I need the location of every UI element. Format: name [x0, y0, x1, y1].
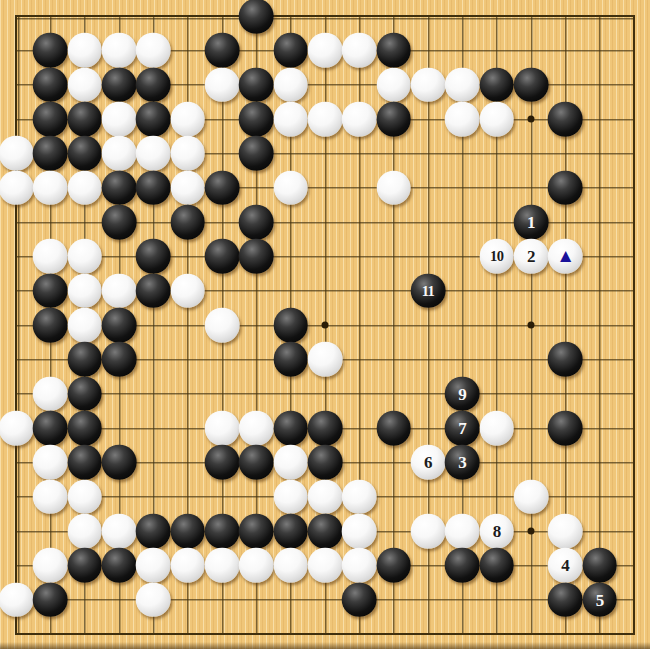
white-stone	[0, 411, 33, 446]
black-stone	[548, 342, 583, 377]
black-stone	[102, 308, 137, 343]
white-stone	[67, 308, 102, 343]
black-stone	[273, 308, 308, 343]
white-stone	[170, 170, 205, 205]
black-stone	[205, 33, 240, 68]
white-stone	[445, 67, 480, 102]
black-stone	[170, 514, 205, 549]
white-stone	[170, 548, 205, 583]
white-stone	[205, 548, 240, 583]
triangle-marker-icon: ▲	[556, 246, 574, 265]
black-stone	[67, 376, 102, 411]
move-number-label: 1	[527, 213, 535, 230]
white-stone	[136, 582, 171, 617]
white-stone	[67, 33, 102, 68]
white-stone	[205, 308, 240, 343]
white-stone	[273, 479, 308, 514]
white-stone	[67, 479, 102, 514]
black-stone	[33, 308, 68, 343]
black-stone	[548, 411, 583, 446]
white-stone	[308, 33, 343, 68]
black-stone	[33, 136, 68, 171]
white-stone	[239, 548, 274, 583]
black-stone	[514, 67, 549, 102]
black-stone	[102, 445, 137, 480]
black-stone	[239, 67, 274, 102]
white-stone	[308, 479, 343, 514]
black-stone	[445, 548, 480, 583]
board-bottom-shade	[0, 642, 650, 649]
white-stone	[273, 67, 308, 102]
move-number-label: 7	[458, 419, 466, 436]
black-stone	[239, 239, 274, 274]
white-stone	[136, 548, 171, 583]
black-stone	[136, 514, 171, 549]
black-stone	[205, 445, 240, 480]
white-stone	[342, 514, 377, 549]
black-stone	[548, 170, 583, 205]
white-stone	[0, 170, 33, 205]
white-stone	[33, 170, 68, 205]
move-number-label: 11	[422, 283, 435, 298]
move-number-label: 3	[458, 454, 466, 471]
white-stone	[102, 514, 137, 549]
move-number-label: 8	[493, 522, 501, 539]
black-stone	[102, 342, 137, 377]
black-stone	[239, 0, 274, 33]
black-stone	[67, 548, 102, 583]
white-stone	[342, 548, 377, 583]
white-stone	[0, 582, 33, 617]
white-stone	[102, 136, 137, 171]
black-stone	[136, 239, 171, 274]
black-stone	[33, 33, 68, 68]
black-stone	[273, 514, 308, 549]
black-stone	[479, 548, 514, 583]
black-stone	[548, 102, 583, 137]
black-stone	[239, 445, 274, 480]
move-number-label: 4	[561, 557, 569, 574]
black-stone	[376, 102, 411, 137]
black-stone	[33, 411, 68, 446]
black-stone	[33, 273, 68, 308]
white-stone	[308, 342, 343, 377]
black-stone	[67, 411, 102, 446]
black-stone	[102, 67, 137, 102]
move-number-label: 10	[490, 249, 504, 264]
white-stone	[239, 411, 274, 446]
white-stone	[67, 67, 102, 102]
black-stone	[273, 411, 308, 446]
black-stone	[67, 445, 102, 480]
black-stone	[239, 102, 274, 137]
black-stone	[548, 582, 583, 617]
black-stone	[582, 548, 617, 583]
white-stone	[136, 136, 171, 171]
black-stone	[376, 548, 411, 583]
white-stone	[342, 33, 377, 68]
white-stone	[273, 445, 308, 480]
move-number-label: 6	[424, 454, 432, 471]
black-stone	[136, 102, 171, 137]
black-stone	[102, 205, 137, 240]
move-number-label: 5	[596, 591, 604, 608]
white-stone	[33, 239, 68, 274]
black-stone	[33, 67, 68, 102]
black-stone	[239, 136, 274, 171]
white-stone	[0, 136, 33, 171]
white-stone	[479, 411, 514, 446]
white-stone	[342, 102, 377, 137]
white-stone	[170, 273, 205, 308]
white-stone	[376, 170, 411, 205]
black-stone	[170, 205, 205, 240]
black-stone	[342, 582, 377, 617]
white-stone	[548, 514, 583, 549]
star-point	[527, 321, 534, 328]
black-stone	[239, 205, 274, 240]
black-stone	[308, 411, 343, 446]
white-stone	[67, 170, 102, 205]
move-number-label: 9	[458, 385, 466, 402]
black-stone	[102, 170, 137, 205]
black-stone	[273, 342, 308, 377]
go-board[interactable]: 1234567891011▲	[0, 0, 650, 649]
black-stone	[376, 33, 411, 68]
white-stone	[205, 411, 240, 446]
black-stone	[67, 136, 102, 171]
black-stone	[33, 582, 68, 617]
white-stone	[445, 514, 480, 549]
black-stone	[308, 445, 343, 480]
white-stone	[342, 479, 377, 514]
white-stone	[102, 102, 137, 137]
white-stone	[411, 67, 446, 102]
white-stone	[376, 67, 411, 102]
white-stone	[33, 548, 68, 583]
white-stone	[479, 102, 514, 137]
white-stone	[33, 376, 68, 411]
white-stone	[308, 548, 343, 583]
white-stone	[308, 102, 343, 137]
star-point	[527, 115, 534, 122]
black-stone	[102, 548, 137, 583]
white-stone	[273, 102, 308, 137]
black-stone	[33, 102, 68, 137]
white-stone	[136, 33, 171, 68]
black-stone	[479, 67, 514, 102]
white-stone	[273, 170, 308, 205]
black-stone	[308, 514, 343, 549]
white-stone	[67, 239, 102, 274]
white-stone	[445, 102, 480, 137]
black-stone	[205, 514, 240, 549]
star-point	[321, 321, 328, 328]
black-stone	[136, 273, 171, 308]
white-stone	[170, 102, 205, 137]
black-stone	[136, 170, 171, 205]
black-stone	[205, 170, 240, 205]
white-stone	[67, 273, 102, 308]
star-point	[527, 527, 534, 534]
white-stone	[67, 514, 102, 549]
black-stone	[67, 342, 102, 377]
black-stone	[239, 514, 274, 549]
white-stone	[514, 479, 549, 514]
white-stone	[273, 548, 308, 583]
move-number-label: 2	[527, 248, 535, 265]
white-stone	[102, 273, 137, 308]
white-stone	[205, 67, 240, 102]
black-stone	[205, 239, 240, 274]
white-stone	[102, 33, 137, 68]
white-stone	[33, 479, 68, 514]
black-stone	[273, 33, 308, 68]
black-stone	[67, 102, 102, 137]
white-stone	[170, 136, 205, 171]
white-stone	[411, 514, 446, 549]
black-stone	[136, 67, 171, 102]
white-stone	[33, 445, 68, 480]
black-stone	[376, 411, 411, 446]
